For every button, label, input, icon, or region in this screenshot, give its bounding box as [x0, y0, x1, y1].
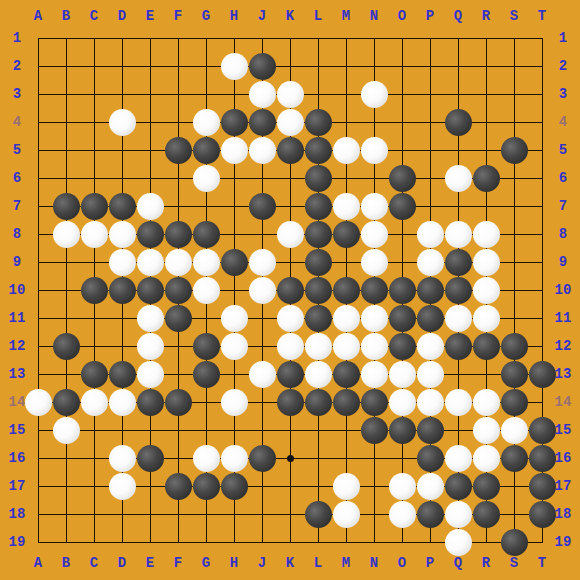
cell-S15[interactable] [500, 416, 528, 444]
cell-L17[interactable] [304, 472, 332, 500]
cell-G15[interactable] [192, 416, 220, 444]
cell-B6[interactable] [52, 164, 80, 192]
cell-J8[interactable] [248, 220, 276, 248]
cell-H18[interactable] [220, 500, 248, 528]
cell-O13[interactable] [388, 360, 416, 388]
cell-T11[interactable] [528, 304, 556, 332]
cell-J14[interactable] [248, 388, 276, 416]
cell-D13[interactable] [108, 360, 136, 388]
cell-N6[interactable] [360, 164, 388, 192]
cell-C15[interactable] [80, 416, 108, 444]
cell-Q2[interactable] [444, 52, 472, 80]
cell-O14[interactable] [388, 388, 416, 416]
cell-H4[interactable] [220, 108, 248, 136]
cell-J15[interactable] [248, 416, 276, 444]
cell-K5[interactable] [276, 136, 304, 164]
cell-S12[interactable] [500, 332, 528, 360]
cell-T5[interactable] [528, 136, 556, 164]
cell-M6[interactable] [332, 164, 360, 192]
cell-O7[interactable] [388, 192, 416, 220]
cell-S16[interactable] [500, 444, 528, 472]
cell-O4[interactable] [388, 108, 416, 136]
cell-N15[interactable] [360, 416, 388, 444]
cell-H10[interactable] [220, 276, 248, 304]
cell-O2[interactable] [388, 52, 416, 80]
cell-A5[interactable] [24, 136, 52, 164]
cell-C6[interactable] [80, 164, 108, 192]
cell-A10[interactable] [24, 276, 52, 304]
cell-T18[interactable] [528, 500, 556, 528]
cell-H8[interactable] [220, 220, 248, 248]
cell-F8[interactable] [164, 220, 192, 248]
cell-L3[interactable] [304, 80, 332, 108]
cell-G18[interactable] [192, 500, 220, 528]
cell-D8[interactable] [108, 220, 136, 248]
cell-O8[interactable] [388, 220, 416, 248]
cell-L2[interactable] [304, 52, 332, 80]
cell-K9[interactable] [276, 248, 304, 276]
cell-F11[interactable] [164, 304, 192, 332]
cell-Q6[interactable] [444, 164, 472, 192]
cell-F10[interactable] [164, 276, 192, 304]
cell-D3[interactable] [108, 80, 136, 108]
cell-S17[interactable] [500, 472, 528, 500]
cell-J6[interactable] [248, 164, 276, 192]
cell-K14[interactable] [276, 388, 304, 416]
cell-B16[interactable] [52, 444, 80, 472]
cell-B5[interactable] [52, 136, 80, 164]
cell-E4[interactable] [136, 108, 164, 136]
cell-M2[interactable] [332, 52, 360, 80]
cell-R19[interactable] [472, 528, 500, 556]
cell-J17[interactable] [248, 472, 276, 500]
cell-K13[interactable] [276, 360, 304, 388]
cell-E3[interactable] [136, 80, 164, 108]
cell-J1[interactable] [248, 24, 276, 52]
cell-L12[interactable] [304, 332, 332, 360]
cell-L15[interactable] [304, 416, 332, 444]
cell-R13[interactable] [472, 360, 500, 388]
cell-O17[interactable] [388, 472, 416, 500]
cell-O11[interactable] [388, 304, 416, 332]
cell-F3[interactable] [164, 80, 192, 108]
cell-K15[interactable] [276, 416, 304, 444]
cell-C7[interactable] [80, 192, 108, 220]
cell-B8[interactable] [52, 220, 80, 248]
cell-J2[interactable] [248, 52, 276, 80]
cell-D9[interactable] [108, 248, 136, 276]
cell-E14[interactable] [136, 388, 164, 416]
cell-N10[interactable] [360, 276, 388, 304]
cell-P11[interactable] [416, 304, 444, 332]
cell-Q19[interactable] [444, 528, 472, 556]
cell-K10[interactable] [276, 276, 304, 304]
cell-T17[interactable] [528, 472, 556, 500]
cell-C5[interactable] [80, 136, 108, 164]
cell-Q17[interactable] [444, 472, 472, 500]
cell-Q5[interactable] [444, 136, 472, 164]
cell-Q4[interactable] [444, 108, 472, 136]
cell-L10[interactable] [304, 276, 332, 304]
cell-P4[interactable] [416, 108, 444, 136]
cell-A11[interactable] [24, 304, 52, 332]
cell-D12[interactable] [108, 332, 136, 360]
cell-T9[interactable] [528, 248, 556, 276]
cell-C4[interactable] [80, 108, 108, 136]
cell-A14[interactable] [24, 388, 52, 416]
cell-N14[interactable] [360, 388, 388, 416]
cell-A7[interactable] [24, 192, 52, 220]
cell-D2[interactable] [108, 52, 136, 80]
cell-L16[interactable] [304, 444, 332, 472]
cell-F15[interactable] [164, 416, 192, 444]
cell-M13[interactable] [332, 360, 360, 388]
cell-F5[interactable] [164, 136, 192, 164]
cell-N5[interactable] [360, 136, 388, 164]
cell-P12[interactable] [416, 332, 444, 360]
cell-N2[interactable] [360, 52, 388, 80]
cell-F14[interactable] [164, 388, 192, 416]
cell-G9[interactable] [192, 248, 220, 276]
cell-F4[interactable] [164, 108, 192, 136]
cell-M9[interactable] [332, 248, 360, 276]
cell-F7[interactable] [164, 192, 192, 220]
cell-S6[interactable] [500, 164, 528, 192]
cell-G17[interactable] [192, 472, 220, 500]
cell-M10[interactable] [332, 276, 360, 304]
cell-K11[interactable] [276, 304, 304, 332]
cell-K12[interactable] [276, 332, 304, 360]
cell-N4[interactable] [360, 108, 388, 136]
cell-D11[interactable] [108, 304, 136, 332]
cell-G5[interactable] [192, 136, 220, 164]
cell-C14[interactable] [80, 388, 108, 416]
cell-P14[interactable] [416, 388, 444, 416]
cell-N13[interactable] [360, 360, 388, 388]
cell-J4[interactable] [248, 108, 276, 136]
cell-L14[interactable] [304, 388, 332, 416]
cell-B9[interactable] [52, 248, 80, 276]
cell-M15[interactable] [332, 416, 360, 444]
cell-T2[interactable] [528, 52, 556, 80]
cell-D18[interactable] [108, 500, 136, 528]
cell-M14[interactable] [332, 388, 360, 416]
cell-O15[interactable] [388, 416, 416, 444]
cell-Q11[interactable] [444, 304, 472, 332]
cell-E8[interactable] [136, 220, 164, 248]
cell-D1[interactable] [108, 24, 136, 52]
cell-B10[interactable] [52, 276, 80, 304]
cell-S5[interactable] [500, 136, 528, 164]
cell-F17[interactable] [164, 472, 192, 500]
cell-L6[interactable] [304, 164, 332, 192]
cell-N18[interactable] [360, 500, 388, 528]
cell-O10[interactable] [388, 276, 416, 304]
cell-A17[interactable] [24, 472, 52, 500]
cell-P16[interactable] [416, 444, 444, 472]
cell-G14[interactable] [192, 388, 220, 416]
cell-R12[interactable] [472, 332, 500, 360]
cell-F6[interactable] [164, 164, 192, 192]
cell-Q7[interactable] [444, 192, 472, 220]
cell-G12[interactable] [192, 332, 220, 360]
cell-D17[interactable] [108, 472, 136, 500]
cell-M8[interactable] [332, 220, 360, 248]
cell-N9[interactable] [360, 248, 388, 276]
cell-S10[interactable] [500, 276, 528, 304]
cell-B12[interactable] [52, 332, 80, 360]
cell-O12[interactable] [388, 332, 416, 360]
cell-M1[interactable] [332, 24, 360, 52]
cell-J10[interactable] [248, 276, 276, 304]
cell-C19[interactable] [80, 528, 108, 556]
cell-S19[interactable] [500, 528, 528, 556]
cell-K1[interactable] [276, 24, 304, 52]
cell-K6[interactable] [276, 164, 304, 192]
cell-O5[interactable] [388, 136, 416, 164]
cell-H1[interactable] [220, 24, 248, 52]
cell-K19[interactable] [276, 528, 304, 556]
cell-R7[interactable] [472, 192, 500, 220]
cell-R4[interactable] [472, 108, 500, 136]
cell-G2[interactable] [192, 52, 220, 80]
cell-T7[interactable] [528, 192, 556, 220]
cell-P9[interactable] [416, 248, 444, 276]
cell-G10[interactable] [192, 276, 220, 304]
cell-T3[interactable] [528, 80, 556, 108]
cell-R15[interactable] [472, 416, 500, 444]
cell-J3[interactable] [248, 80, 276, 108]
cell-T12[interactable] [528, 332, 556, 360]
cell-F19[interactable] [164, 528, 192, 556]
cell-D14[interactable] [108, 388, 136, 416]
cell-J19[interactable] [248, 528, 276, 556]
cell-T19[interactable] [528, 528, 556, 556]
cell-P6[interactable] [416, 164, 444, 192]
cell-E15[interactable] [136, 416, 164, 444]
cell-L5[interactable] [304, 136, 332, 164]
cell-C8[interactable] [80, 220, 108, 248]
cell-M19[interactable] [332, 528, 360, 556]
cell-A1[interactable] [24, 24, 52, 52]
cell-S1[interactable] [500, 24, 528, 52]
cell-G7[interactable] [192, 192, 220, 220]
cell-A19[interactable] [24, 528, 52, 556]
cell-K18[interactable] [276, 500, 304, 528]
cell-L8[interactable] [304, 220, 332, 248]
cell-B14[interactable] [52, 388, 80, 416]
cell-E9[interactable] [136, 248, 164, 276]
cell-P17[interactable] [416, 472, 444, 500]
cell-R9[interactable] [472, 248, 500, 276]
cell-C13[interactable] [80, 360, 108, 388]
cell-C1[interactable] [80, 24, 108, 52]
cell-K2[interactable] [276, 52, 304, 80]
cell-R2[interactable] [472, 52, 500, 80]
cell-R8[interactable] [472, 220, 500, 248]
cell-P7[interactable] [416, 192, 444, 220]
cell-S2[interactable] [500, 52, 528, 80]
cell-H6[interactable] [220, 164, 248, 192]
cell-R18[interactable] [472, 500, 500, 528]
cell-J12[interactable] [248, 332, 276, 360]
cell-N12[interactable] [360, 332, 388, 360]
cell-H11[interactable] [220, 304, 248, 332]
cell-E13[interactable] [136, 360, 164, 388]
cell-A4[interactable] [24, 108, 52, 136]
cell-B18[interactable] [52, 500, 80, 528]
cell-J7[interactable] [248, 192, 276, 220]
cell-L18[interactable] [304, 500, 332, 528]
cell-E6[interactable] [136, 164, 164, 192]
cell-H5[interactable] [220, 136, 248, 164]
cell-Q3[interactable] [444, 80, 472, 108]
cell-E10[interactable] [136, 276, 164, 304]
cell-B15[interactable] [52, 416, 80, 444]
cell-Q10[interactable] [444, 276, 472, 304]
cell-O9[interactable] [388, 248, 416, 276]
cell-P8[interactable] [416, 220, 444, 248]
cell-P3[interactable] [416, 80, 444, 108]
cell-Q15[interactable] [444, 416, 472, 444]
cell-D5[interactable] [108, 136, 136, 164]
cell-F18[interactable] [164, 500, 192, 528]
cell-N16[interactable] [360, 444, 388, 472]
cell-E2[interactable] [136, 52, 164, 80]
cell-J18[interactable] [248, 500, 276, 528]
cell-H15[interactable] [220, 416, 248, 444]
cell-N19[interactable] [360, 528, 388, 556]
cell-B4[interactable] [52, 108, 80, 136]
cell-O16[interactable] [388, 444, 416, 472]
cell-R1[interactable] [472, 24, 500, 52]
cell-O18[interactable] [388, 500, 416, 528]
cell-B7[interactable] [52, 192, 80, 220]
cell-E19[interactable] [136, 528, 164, 556]
cell-E5[interactable] [136, 136, 164, 164]
cell-H9[interactable] [220, 248, 248, 276]
cell-E12[interactable] [136, 332, 164, 360]
cell-K3[interactable] [276, 80, 304, 108]
cell-C2[interactable] [80, 52, 108, 80]
cell-B1[interactable] [52, 24, 80, 52]
cell-J5[interactable] [248, 136, 276, 164]
cell-S11[interactable] [500, 304, 528, 332]
cell-C12[interactable] [80, 332, 108, 360]
cell-S18[interactable] [500, 500, 528, 528]
cell-S7[interactable] [500, 192, 528, 220]
cell-S3[interactable] [500, 80, 528, 108]
cell-N11[interactable] [360, 304, 388, 332]
cell-H2[interactable] [220, 52, 248, 80]
cell-J11[interactable] [248, 304, 276, 332]
cell-T14[interactable] [528, 388, 556, 416]
cell-N8[interactable] [360, 220, 388, 248]
cell-R3[interactable] [472, 80, 500, 108]
cell-M3[interactable] [332, 80, 360, 108]
cell-N1[interactable] [360, 24, 388, 52]
cell-P10[interactable] [416, 276, 444, 304]
cell-Q12[interactable] [444, 332, 472, 360]
cell-E18[interactable] [136, 500, 164, 528]
cell-G19[interactable] [192, 528, 220, 556]
cell-H7[interactable] [220, 192, 248, 220]
cell-K16[interactable] [276, 444, 304, 472]
cell-L13[interactable] [304, 360, 332, 388]
cell-H13[interactable] [220, 360, 248, 388]
cell-M18[interactable] [332, 500, 360, 528]
cell-Q1[interactable] [444, 24, 472, 52]
cell-K8[interactable] [276, 220, 304, 248]
cell-R16[interactable] [472, 444, 500, 472]
cell-A8[interactable] [24, 220, 52, 248]
cell-K17[interactable] [276, 472, 304, 500]
cell-J13[interactable] [248, 360, 276, 388]
cell-S14[interactable] [500, 388, 528, 416]
cell-M12[interactable] [332, 332, 360, 360]
cell-B11[interactable] [52, 304, 80, 332]
cell-P18[interactable] [416, 500, 444, 528]
cell-D4[interactable] [108, 108, 136, 136]
cell-E16[interactable] [136, 444, 164, 472]
cell-C3[interactable] [80, 80, 108, 108]
cell-T15[interactable] [528, 416, 556, 444]
cell-P2[interactable] [416, 52, 444, 80]
cell-A12[interactable] [24, 332, 52, 360]
cell-A6[interactable] [24, 164, 52, 192]
cell-T10[interactable] [528, 276, 556, 304]
cell-A18[interactable] [24, 500, 52, 528]
cell-L19[interactable] [304, 528, 332, 556]
cell-B3[interactable] [52, 80, 80, 108]
cell-E17[interactable] [136, 472, 164, 500]
cell-T8[interactable] [528, 220, 556, 248]
cell-L11[interactable] [304, 304, 332, 332]
cell-A3[interactable] [24, 80, 52, 108]
cell-Q9[interactable] [444, 248, 472, 276]
cell-L1[interactable] [304, 24, 332, 52]
cell-S13[interactable] [500, 360, 528, 388]
cell-O19[interactable] [388, 528, 416, 556]
cell-P5[interactable] [416, 136, 444, 164]
cell-H16[interactable] [220, 444, 248, 472]
cell-A13[interactable] [24, 360, 52, 388]
cell-K4[interactable] [276, 108, 304, 136]
cell-G3[interactable] [192, 80, 220, 108]
cell-S9[interactable] [500, 248, 528, 276]
cell-G11[interactable] [192, 304, 220, 332]
cell-P1[interactable] [416, 24, 444, 52]
cell-H12[interactable] [220, 332, 248, 360]
cell-M17[interactable] [332, 472, 360, 500]
cell-H3[interactable] [220, 80, 248, 108]
cell-Q13[interactable] [444, 360, 472, 388]
cell-A2[interactable] [24, 52, 52, 80]
cell-C9[interactable] [80, 248, 108, 276]
cell-M7[interactable] [332, 192, 360, 220]
cell-H17[interactable] [220, 472, 248, 500]
cell-C16[interactable] [80, 444, 108, 472]
cell-G13[interactable] [192, 360, 220, 388]
cell-L9[interactable] [304, 248, 332, 276]
cell-N17[interactable] [360, 472, 388, 500]
cell-J9[interactable] [248, 248, 276, 276]
cell-R5[interactable] [472, 136, 500, 164]
cell-A9[interactable] [24, 248, 52, 276]
cell-D7[interactable] [108, 192, 136, 220]
cell-E11[interactable] [136, 304, 164, 332]
cell-M4[interactable] [332, 108, 360, 136]
